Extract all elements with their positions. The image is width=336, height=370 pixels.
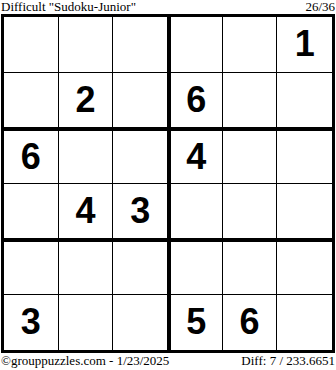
difficulty-text: Diff: 7 / 233.6651: [241, 354, 335, 368]
cell-r6c1[interactable]: 3: [4, 295, 59, 351]
cell-r4c3[interactable]: 3: [113, 184, 168, 240]
cell-r2c3[interactable]: [113, 73, 168, 129]
cell-r5c4[interactable]: [168, 239, 223, 295]
cell-r4c4[interactable]: [168, 184, 223, 240]
cell-r6c6[interactable]: [277, 295, 332, 351]
cell-r2c4[interactable]: 6: [168, 73, 223, 129]
cell-r4c1[interactable]: [4, 184, 59, 240]
cell-r3c5[interactable]: [223, 128, 278, 184]
puzzle-title: Difficult "Sudoku-Junior": [1, 0, 136, 14]
cell-r5c3[interactable]: [113, 239, 168, 295]
cell-r6c2[interactable]: [59, 295, 114, 351]
cell-r1c4[interactable]: [168, 17, 223, 73]
cell-r6c5[interactable]: 6: [223, 295, 278, 351]
cell-r5c5[interactable]: [223, 239, 278, 295]
cell-r4c5[interactable]: [223, 184, 278, 240]
cell-r3c2[interactable]: [59, 128, 114, 184]
cell-r3c6[interactable]: [277, 128, 332, 184]
cell-r5c6[interactable]: [277, 239, 332, 295]
cell-r3c3[interactable]: [113, 128, 168, 184]
cell-r1c2[interactable]: [59, 17, 114, 73]
cell-r5c2[interactable]: [59, 239, 114, 295]
copyright-text: ©grouppuzzles.com - 1/23/2025: [1, 354, 169, 368]
cell-r3c1[interactable]: 6: [4, 128, 59, 184]
cell-r5c1[interactable]: [4, 239, 59, 295]
cell-r1c3[interactable]: [113, 17, 168, 73]
cell-r2c2[interactable]: 2: [59, 73, 114, 129]
cell-r1c5[interactable]: [223, 17, 278, 73]
cell-r2c5[interactable]: [223, 73, 278, 129]
cell-r2c6[interactable]: [277, 73, 332, 129]
progress-count: 26/36: [305, 0, 335, 14]
cell-r4c2[interactable]: 4: [59, 184, 114, 240]
cell-r6c3[interactable]: [113, 295, 168, 351]
cell-r3c4[interactable]: 4: [168, 128, 223, 184]
cell-r1c6[interactable]: 1: [277, 17, 332, 73]
puzzle-page: Difficult "Sudoku-Junior" 26/36 12664433…: [0, 0, 336, 370]
cell-r1c1[interactable]: [4, 17, 59, 73]
cell-r4c6[interactable]: [277, 184, 332, 240]
cell-r6c4[interactable]: 5: [168, 295, 223, 351]
cell-r2c1[interactable]: [4, 73, 59, 129]
board: 1266443356: [1, 14, 335, 353]
